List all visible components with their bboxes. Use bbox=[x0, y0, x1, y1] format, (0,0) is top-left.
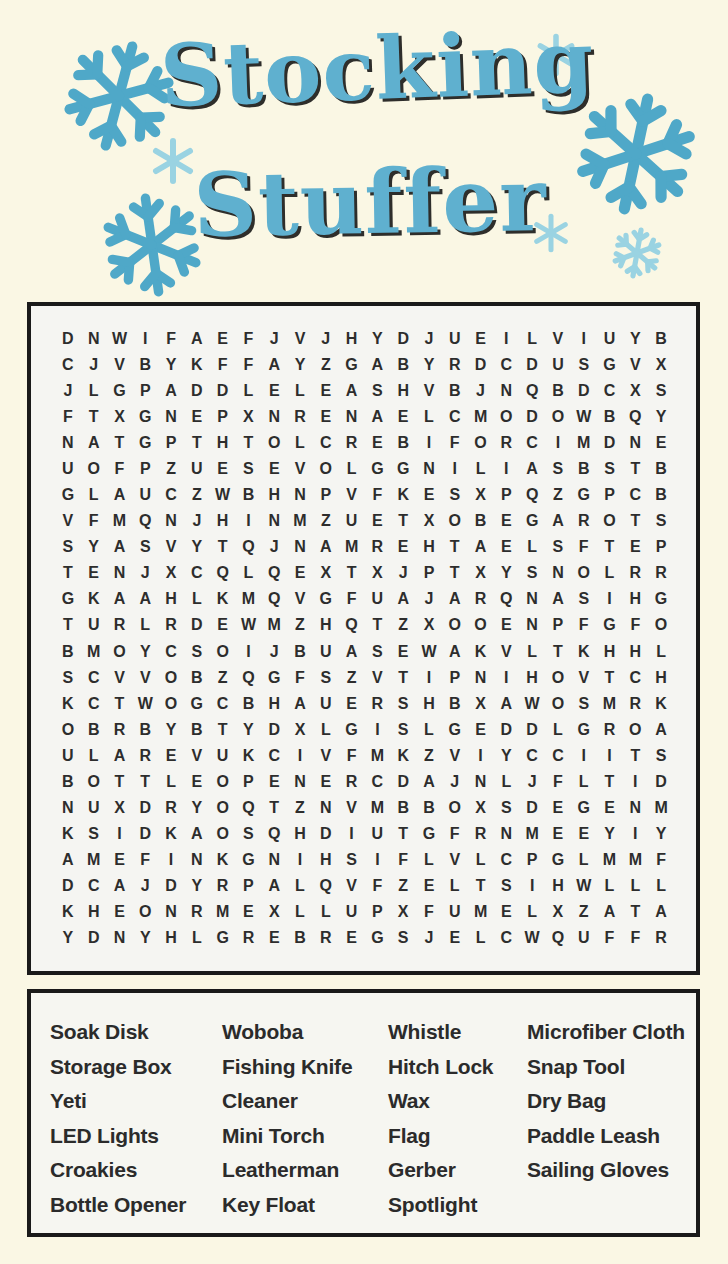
grid-cell-r2c11[interactable]: Z bbox=[313, 352, 339, 378]
grid-cell-r3c17[interactable]: J bbox=[468, 378, 494, 404]
grid-cell-r17c11[interactable]: V bbox=[313, 743, 339, 769]
grid-cell-r15c13[interactable]: R bbox=[364, 691, 390, 717]
grid-cell-r7c5[interactable]: C bbox=[158, 482, 184, 508]
grid-cell-r22c4[interactable]: J bbox=[132, 873, 158, 899]
grid-cell-r12c12[interactable]: Q bbox=[339, 612, 365, 638]
grid-cell-r18c17[interactable]: N bbox=[468, 769, 494, 795]
grid-cell-r23c3[interactable]: E bbox=[107, 899, 133, 925]
grid-cell-r19c19[interactable]: D bbox=[519, 795, 545, 821]
grid-cell-r14c9[interactable]: G bbox=[261, 665, 287, 691]
grid-cell-r4c8[interactable]: X bbox=[236, 404, 262, 430]
grid-cell-r1c6[interactable]: A bbox=[184, 326, 210, 352]
grid-cell-r6c11[interactable]: O bbox=[313, 456, 339, 482]
grid-cell-r11c11[interactable]: G bbox=[313, 586, 339, 612]
grid-cell-r3c1[interactable]: J bbox=[55, 378, 81, 404]
grid-cell-r4c14[interactable]: E bbox=[390, 404, 416, 430]
grid-cell-r21c14[interactable]: F bbox=[390, 847, 416, 873]
grid-cell-r4c12[interactable]: N bbox=[339, 404, 365, 430]
grid-cell-r9c24[interactable]: P bbox=[648, 534, 674, 560]
grid-cell-r14c24[interactable]: H bbox=[648, 665, 674, 691]
grid-cell-r17c24[interactable]: S bbox=[648, 743, 674, 769]
grid-cell-r10c4[interactable]: J bbox=[132, 560, 158, 586]
grid-cell-r19c4[interactable]: D bbox=[132, 795, 158, 821]
grid-cell-r9c1[interactable]: S bbox=[55, 534, 81, 560]
grid-cell-r24c15[interactable]: J bbox=[416, 925, 442, 951]
grid-cell-r18c2[interactable]: O bbox=[81, 769, 107, 795]
grid-cell-r24c12[interactable]: E bbox=[339, 925, 365, 951]
grid-cell-r15c9[interactable]: H bbox=[261, 691, 287, 717]
grid-cell-r19c6[interactable]: Y bbox=[184, 795, 210, 821]
grid-cell-r21c2[interactable]: M bbox=[81, 847, 107, 873]
grid-cell-r19c3[interactable]: X bbox=[107, 795, 133, 821]
grid-cell-r8c7[interactable]: H bbox=[210, 508, 236, 534]
grid-cell-r12c11[interactable]: H bbox=[313, 612, 339, 638]
grid-cell-r21c15[interactable]: L bbox=[416, 847, 442, 873]
grid-cell-r20c23[interactable]: I bbox=[622, 821, 648, 847]
grid-cell-r21c1[interactable]: A bbox=[55, 847, 81, 873]
grid-cell-r10c9[interactable]: Q bbox=[261, 560, 287, 586]
grid-cell-r8c21[interactable]: R bbox=[571, 508, 597, 534]
grid-cell-r4c4[interactable]: G bbox=[132, 404, 158, 430]
grid-cell-r6c8[interactable]: S bbox=[236, 456, 262, 482]
grid-cell-r14c14[interactable]: T bbox=[390, 665, 416, 691]
grid-cell-r11c19[interactable]: N bbox=[519, 586, 545, 612]
grid-cell-r19c1[interactable]: N bbox=[55, 795, 81, 821]
grid-cell-r14c12[interactable]: Z bbox=[339, 665, 365, 691]
grid-cell-r17c16[interactable]: V bbox=[442, 743, 468, 769]
grid-cell-r11c22[interactable]: I bbox=[597, 586, 623, 612]
grid-cell-r1c2[interactable]: N bbox=[81, 326, 107, 352]
grid-cell-r2c2[interactable]: J bbox=[81, 352, 107, 378]
grid-cell-r13c24[interactable]: L bbox=[648, 638, 674, 664]
grid-cell-r17c14[interactable]: K bbox=[390, 743, 416, 769]
grid-cell-r1c11[interactable]: J bbox=[313, 326, 339, 352]
grid-cell-r7c15[interactable]: E bbox=[416, 482, 442, 508]
grid-cell-r1c17[interactable]: E bbox=[468, 326, 494, 352]
grid-cell-r15c8[interactable]: B bbox=[236, 691, 262, 717]
grid-cell-r7c22[interactable]: P bbox=[597, 482, 623, 508]
grid-cell-r7c20[interactable]: Z bbox=[545, 482, 571, 508]
grid-cell-r23c8[interactable]: E bbox=[236, 899, 262, 925]
grid-cell-r11c2[interactable]: K bbox=[81, 586, 107, 612]
grid-cell-r1c24[interactable]: B bbox=[648, 326, 674, 352]
grid-cell-r5c19[interactable]: C bbox=[519, 430, 545, 456]
grid-cell-r8c2[interactable]: F bbox=[81, 508, 107, 534]
grid-cell-r2c6[interactable]: K bbox=[184, 352, 210, 378]
grid-cell-r16c1[interactable]: O bbox=[55, 717, 81, 743]
grid-cell-r4c13[interactable]: A bbox=[364, 404, 390, 430]
grid-cell-r6c24[interactable]: B bbox=[648, 456, 674, 482]
grid-cell-r13c7[interactable]: O bbox=[210, 638, 236, 664]
grid-cell-r1c12[interactable]: H bbox=[339, 326, 365, 352]
grid-cell-r18c24[interactable]: D bbox=[648, 769, 674, 795]
grid-cell-r15c17[interactable]: X bbox=[468, 691, 494, 717]
grid-cell-r13c14[interactable]: E bbox=[390, 638, 416, 664]
grid-cell-r7c23[interactable]: C bbox=[622, 482, 648, 508]
grid-cell-r19c20[interactable]: E bbox=[545, 795, 571, 821]
grid-cell-r7c4[interactable]: U bbox=[132, 482, 158, 508]
grid-cell-r18c4[interactable]: T bbox=[132, 769, 158, 795]
grid-cell-r7c3[interactable]: A bbox=[107, 482, 133, 508]
grid-cell-r23c15[interactable]: F bbox=[416, 899, 442, 925]
grid-cell-r5c21[interactable]: M bbox=[571, 430, 597, 456]
grid-cell-r17c13[interactable]: M bbox=[364, 743, 390, 769]
grid-cell-r5c12[interactable]: R bbox=[339, 430, 365, 456]
grid-cell-r19c13[interactable]: M bbox=[364, 795, 390, 821]
grid-cell-r13c23[interactable]: H bbox=[622, 638, 648, 664]
grid-cell-r3c18[interactable]: N bbox=[493, 378, 519, 404]
grid-cell-r21c11[interactable]: H bbox=[313, 847, 339, 873]
grid-cell-r22c7[interactable]: R bbox=[210, 873, 236, 899]
grid-cell-r11c21[interactable]: S bbox=[571, 586, 597, 612]
grid-cell-r10c21[interactable]: O bbox=[571, 560, 597, 586]
grid-cell-r18c19[interactable]: J bbox=[519, 769, 545, 795]
grid-cell-r21c19[interactable]: P bbox=[519, 847, 545, 873]
grid-cell-r16c8[interactable]: Y bbox=[236, 717, 262, 743]
grid-cell-r17c21[interactable]: I bbox=[571, 743, 597, 769]
grid-cell-r14c3[interactable]: V bbox=[107, 665, 133, 691]
grid-cell-r18c15[interactable]: A bbox=[416, 769, 442, 795]
grid-cell-r16c5[interactable]: Y bbox=[158, 717, 184, 743]
grid-cell-r10c24[interactable]: R bbox=[648, 560, 674, 586]
grid-cell-r12c18[interactable]: E bbox=[493, 612, 519, 638]
grid-cell-r19c23[interactable]: N bbox=[622, 795, 648, 821]
grid-cell-r20c13[interactable]: U bbox=[364, 821, 390, 847]
grid-cell-r3c7[interactable]: D bbox=[210, 378, 236, 404]
grid-cell-r18c10[interactable]: N bbox=[287, 769, 313, 795]
grid-cell-r1c4[interactable]: I bbox=[132, 326, 158, 352]
grid-cell-r5c18[interactable]: R bbox=[493, 430, 519, 456]
grid-cell-r13c9[interactable]: J bbox=[261, 638, 287, 664]
grid-cell-r11c23[interactable]: H bbox=[622, 586, 648, 612]
grid-cell-r7c16[interactable]: S bbox=[442, 482, 468, 508]
grid-cell-r6c12[interactable]: L bbox=[339, 456, 365, 482]
grid-cell-r14c22[interactable]: T bbox=[597, 665, 623, 691]
grid-cell-r21c7[interactable]: K bbox=[210, 847, 236, 873]
grid-cell-r9c17[interactable]: A bbox=[468, 534, 494, 560]
grid-cell-r4c7[interactable]: P bbox=[210, 404, 236, 430]
grid-cell-r20c15[interactable]: G bbox=[416, 821, 442, 847]
grid-cell-r22c21[interactable]: W bbox=[571, 873, 597, 899]
grid-cell-r16c17[interactable]: E bbox=[468, 717, 494, 743]
grid-cell-r13c20[interactable]: T bbox=[545, 638, 571, 664]
grid-cell-r14c16[interactable]: P bbox=[442, 665, 468, 691]
grid-cell-r10c19[interactable]: S bbox=[519, 560, 545, 586]
grid-cell-r13c17[interactable]: K bbox=[468, 638, 494, 664]
grid-cell-r19c9[interactable]: T bbox=[261, 795, 287, 821]
grid-cell-r4c10[interactable]: R bbox=[287, 404, 313, 430]
grid-cell-r21c3[interactable]: E bbox=[107, 847, 133, 873]
grid-cell-r8c16[interactable]: O bbox=[442, 508, 468, 534]
grid-cell-r10c10[interactable]: E bbox=[287, 560, 313, 586]
grid-cell-r8c13[interactable]: E bbox=[364, 508, 390, 534]
grid-cell-r24c21[interactable]: U bbox=[571, 925, 597, 951]
grid-cell-r21c22[interactable]: M bbox=[597, 847, 623, 873]
grid-cell-r17c2[interactable]: L bbox=[81, 743, 107, 769]
grid-cell-r15c20[interactable]: O bbox=[545, 691, 571, 717]
grid-cell-r9c2[interactable]: Y bbox=[81, 534, 107, 560]
grid-cell-r24c4[interactable]: Y bbox=[132, 925, 158, 951]
grid-cell-r1c10[interactable]: V bbox=[287, 326, 313, 352]
grid-cell-r20c1[interactable]: K bbox=[55, 821, 81, 847]
grid-cell-r20c11[interactable]: D bbox=[313, 821, 339, 847]
grid-cell-r13c13[interactable]: S bbox=[364, 638, 390, 664]
grid-cell-r10c5[interactable]: X bbox=[158, 560, 184, 586]
grid-cell-r24c9[interactable]: E bbox=[261, 925, 287, 951]
grid-cell-r8c14[interactable]: T bbox=[390, 508, 416, 534]
grid-cell-r18c5[interactable]: L bbox=[158, 769, 184, 795]
grid-cell-r6c15[interactable]: N bbox=[416, 456, 442, 482]
grid-cell-r17c18[interactable]: Y bbox=[493, 743, 519, 769]
grid-cell-r23c1[interactable]: K bbox=[55, 899, 81, 925]
grid-cell-r24c6[interactable]: L bbox=[184, 925, 210, 951]
grid-cell-r4c22[interactable]: B bbox=[597, 404, 623, 430]
grid-cell-r11c20[interactable]: A bbox=[545, 586, 571, 612]
grid-cell-r9c22[interactable]: T bbox=[597, 534, 623, 560]
grid-cell-r15c2[interactable]: C bbox=[81, 691, 107, 717]
grid-cell-r4c19[interactable]: D bbox=[519, 404, 545, 430]
grid-cell-r15c14[interactable]: S bbox=[390, 691, 416, 717]
grid-cell-r24c23[interactable]: F bbox=[622, 925, 648, 951]
grid-cell-r4c23[interactable]: Q bbox=[622, 404, 648, 430]
grid-cell-r15c22[interactable]: M bbox=[597, 691, 623, 717]
grid-cell-r10c20[interactable]: N bbox=[545, 560, 571, 586]
grid-cell-r7c18[interactable]: P bbox=[493, 482, 519, 508]
grid-cell-r24c20[interactable]: Q bbox=[545, 925, 571, 951]
grid-cell-r23c12[interactable]: U bbox=[339, 899, 365, 925]
grid-cell-r3c20[interactable]: B bbox=[545, 378, 571, 404]
grid-cell-r12c16[interactable]: O bbox=[442, 612, 468, 638]
grid-cell-r15c10[interactable]: A bbox=[287, 691, 313, 717]
grid-cell-r2c14[interactable]: B bbox=[390, 352, 416, 378]
grid-cell-r18c7[interactable]: O bbox=[210, 769, 236, 795]
grid-cell-r9c8[interactable]: Q bbox=[236, 534, 262, 560]
grid-cell-r7c21[interactable]: G bbox=[571, 482, 597, 508]
grid-cell-r9c20[interactable]: S bbox=[545, 534, 571, 560]
grid-cell-r20c9[interactable]: Q bbox=[261, 821, 287, 847]
grid-cell-r5c17[interactable]: O bbox=[468, 430, 494, 456]
grid-cell-r6c21[interactable]: B bbox=[571, 456, 597, 482]
grid-cell-r10c22[interactable]: L bbox=[597, 560, 623, 586]
grid-cell-r4c24[interactable]: Y bbox=[648, 404, 674, 430]
grid-cell-r1c16[interactable]: U bbox=[442, 326, 468, 352]
grid-cell-r5c15[interactable]: I bbox=[416, 430, 442, 456]
grid-cell-r22c20[interactable]: H bbox=[545, 873, 571, 899]
grid-cell-r14c7[interactable]: Z bbox=[210, 665, 236, 691]
grid-cell-r23c10[interactable]: L bbox=[287, 899, 313, 925]
grid-cell-r10c11[interactable]: X bbox=[313, 560, 339, 586]
grid-cell-r23c7[interactable]: M bbox=[210, 899, 236, 925]
grid-cell-r5c1[interactable]: N bbox=[55, 430, 81, 456]
grid-cell-r7c1[interactable]: G bbox=[55, 482, 81, 508]
grid-cell-r6c7[interactable]: E bbox=[210, 456, 236, 482]
grid-cell-r17c22[interactable]: I bbox=[597, 743, 623, 769]
grid-cell-r20c20[interactable]: E bbox=[545, 821, 571, 847]
grid-cell-r1c1[interactable]: D bbox=[55, 326, 81, 352]
grid-cell-r2c15[interactable]: Y bbox=[416, 352, 442, 378]
grid-cell-r2c3[interactable]: V bbox=[107, 352, 133, 378]
grid-cell-r20c4[interactable]: D bbox=[132, 821, 158, 847]
grid-cell-r21c23[interactable]: M bbox=[622, 847, 648, 873]
grid-cell-r4c9[interactable]: N bbox=[261, 404, 287, 430]
grid-cell-r3c6[interactable]: D bbox=[184, 378, 210, 404]
grid-cell-r15c1[interactable]: K bbox=[55, 691, 81, 717]
grid-cell-r23c17[interactable]: M bbox=[468, 899, 494, 925]
grid-cell-r20c7[interactable]: O bbox=[210, 821, 236, 847]
grid-cell-r16c10[interactable]: X bbox=[287, 717, 313, 743]
grid-cell-r23c4[interactable]: O bbox=[132, 899, 158, 925]
grid-cell-r22c8[interactable]: P bbox=[236, 873, 262, 899]
grid-cell-r8c4[interactable]: Q bbox=[132, 508, 158, 534]
grid-cell-r23c19[interactable]: L bbox=[519, 899, 545, 925]
grid-cell-r24c2[interactable]: D bbox=[81, 925, 107, 951]
grid-cell-r19c14[interactable]: B bbox=[390, 795, 416, 821]
grid-cell-r4c16[interactable]: C bbox=[442, 404, 468, 430]
grid-cell-r14c10[interactable]: F bbox=[287, 665, 313, 691]
grid-cell-r3c22[interactable]: C bbox=[597, 378, 623, 404]
grid-cell-r17c9[interactable]: C bbox=[261, 743, 287, 769]
grid-cell-r10c13[interactable]: X bbox=[364, 560, 390, 586]
grid-cell-r16c6[interactable]: B bbox=[184, 717, 210, 743]
grid-cell-r11c13[interactable]: U bbox=[364, 586, 390, 612]
grid-cell-r10c17[interactable]: X bbox=[468, 560, 494, 586]
grid-cell-r18c18[interactable]: L bbox=[493, 769, 519, 795]
grid-cell-r18c22[interactable]: T bbox=[597, 769, 623, 795]
grid-cell-r8c1[interactable]: V bbox=[55, 508, 81, 534]
grid-cell-r1c8[interactable]: F bbox=[236, 326, 262, 352]
grid-cell-r15c15[interactable]: H bbox=[416, 691, 442, 717]
grid-cell-r13c22[interactable]: H bbox=[597, 638, 623, 664]
grid-cell-r10c23[interactable]: R bbox=[622, 560, 648, 586]
grid-cell-r5c22[interactable]: D bbox=[597, 430, 623, 456]
grid-cell-r8c17[interactable]: B bbox=[468, 508, 494, 534]
grid-cell-r8c19[interactable]: G bbox=[519, 508, 545, 534]
grid-cell-r22c14[interactable]: Z bbox=[390, 873, 416, 899]
grid-cell-r17c6[interactable]: V bbox=[184, 743, 210, 769]
grid-cell-r23c9[interactable]: X bbox=[261, 899, 287, 925]
grid-cell-r2c1[interactable]: C bbox=[55, 352, 81, 378]
grid-cell-r12c8[interactable]: W bbox=[236, 612, 262, 638]
grid-cell-r18c13[interactable]: C bbox=[364, 769, 390, 795]
grid-cell-r13c3[interactable]: O bbox=[107, 638, 133, 664]
grid-cell-r17c10[interactable]: I bbox=[287, 743, 313, 769]
grid-cell-r18c6[interactable]: E bbox=[184, 769, 210, 795]
grid-cell-r3c19[interactable]: Q bbox=[519, 378, 545, 404]
grid-cell-r1c22[interactable]: U bbox=[597, 326, 623, 352]
grid-cell-r6c2[interactable]: O bbox=[81, 456, 107, 482]
grid-cell-r19c2[interactable]: U bbox=[81, 795, 107, 821]
grid-cell-r20c2[interactable]: S bbox=[81, 821, 107, 847]
grid-cell-r14c20[interactable]: O bbox=[545, 665, 571, 691]
grid-cell-r20c3[interactable]: I bbox=[107, 821, 133, 847]
grid-cell-r2c4[interactable]: B bbox=[132, 352, 158, 378]
grid-cell-r11c3[interactable]: A bbox=[107, 586, 133, 612]
grid-cell-r8c3[interactable]: M bbox=[107, 508, 133, 534]
grid-cell-r5c2[interactable]: A bbox=[81, 430, 107, 456]
grid-cell-r13c11[interactable]: U bbox=[313, 638, 339, 664]
grid-cell-r22c9[interactable]: A bbox=[261, 873, 287, 899]
grid-cell-r12c14[interactable]: Z bbox=[390, 612, 416, 638]
grid-cell-r15c3[interactable]: T bbox=[107, 691, 133, 717]
grid-cell-r2c13[interactable]: A bbox=[364, 352, 390, 378]
grid-cell-r13c1[interactable]: B bbox=[55, 638, 81, 664]
grid-cell-r4c20[interactable]: O bbox=[545, 404, 571, 430]
grid-cell-r5c4[interactable]: G bbox=[132, 430, 158, 456]
grid-cell-r22c22[interactable]: L bbox=[597, 873, 623, 899]
grid-cell-r22c3[interactable]: A bbox=[107, 873, 133, 899]
grid-cell-r13c6[interactable]: S bbox=[184, 638, 210, 664]
grid-cell-r1c13[interactable]: Y bbox=[364, 326, 390, 352]
grid-cell-r22c23[interactable]: L bbox=[622, 873, 648, 899]
grid-cell-r1c15[interactable]: J bbox=[416, 326, 442, 352]
grid-cell-r11c7[interactable]: K bbox=[210, 586, 236, 612]
grid-cell-r20c21[interactable]: E bbox=[571, 821, 597, 847]
grid-cell-r1c18[interactable]: I bbox=[493, 326, 519, 352]
grid-cell-r7c14[interactable]: K bbox=[390, 482, 416, 508]
grid-cell-r6c6[interactable]: U bbox=[184, 456, 210, 482]
grid-cell-r8c6[interactable]: J bbox=[184, 508, 210, 534]
grid-cell-r12c15[interactable]: X bbox=[416, 612, 442, 638]
grid-cell-r18c14[interactable]: D bbox=[390, 769, 416, 795]
grid-cell-r24c18[interactable]: C bbox=[493, 925, 519, 951]
grid-cell-r12c23[interactable]: F bbox=[622, 612, 648, 638]
grid-cell-r5c14[interactable]: B bbox=[390, 430, 416, 456]
grid-cell-r16c14[interactable]: S bbox=[390, 717, 416, 743]
grid-cell-r15c11[interactable]: U bbox=[313, 691, 339, 717]
grid-cell-r21c20[interactable]: G bbox=[545, 847, 571, 873]
grid-cell-r10c12[interactable]: T bbox=[339, 560, 365, 586]
grid-cell-r15c4[interactable]: W bbox=[132, 691, 158, 717]
grid-cell-r9c16[interactable]: T bbox=[442, 534, 468, 560]
grid-cell-r16c7[interactable]: T bbox=[210, 717, 236, 743]
grid-cell-r2c19[interactable]: D bbox=[519, 352, 545, 378]
grid-cell-r7c8[interactable]: B bbox=[236, 482, 262, 508]
grid-cell-r16c20[interactable]: L bbox=[545, 717, 571, 743]
grid-cell-r24c3[interactable]: N bbox=[107, 925, 133, 951]
grid-cell-r1c20[interactable]: V bbox=[545, 326, 571, 352]
grid-cell-r23c18[interactable]: E bbox=[493, 899, 519, 925]
grid-cell-r6c23[interactable]: T bbox=[622, 456, 648, 482]
grid-cell-r20c5[interactable]: K bbox=[158, 821, 184, 847]
grid-cell-r7c11[interactable]: P bbox=[313, 482, 339, 508]
grid-cell-r5c23[interactable]: N bbox=[622, 430, 648, 456]
grid-cell-r14c5[interactable]: O bbox=[158, 665, 184, 691]
grid-cell-r3c3[interactable]: G bbox=[107, 378, 133, 404]
grid-cell-r22c16[interactable]: L bbox=[442, 873, 468, 899]
grid-cell-r24c16[interactable]: E bbox=[442, 925, 468, 951]
grid-cell-r13c2[interactable]: M bbox=[81, 638, 107, 664]
grid-cell-r3c8[interactable]: L bbox=[236, 378, 262, 404]
grid-cell-r5c13[interactable]: E bbox=[364, 430, 390, 456]
grid-cell-r11c12[interactable]: F bbox=[339, 586, 365, 612]
grid-cell-r21c17[interactable]: L bbox=[468, 847, 494, 873]
grid-cell-r19c22[interactable]: E bbox=[597, 795, 623, 821]
grid-cell-r11c15[interactable]: J bbox=[416, 586, 442, 612]
grid-cell-r5c20[interactable]: I bbox=[545, 430, 571, 456]
grid-cell-r5c10[interactable]: L bbox=[287, 430, 313, 456]
grid-cell-r16c16[interactable]: G bbox=[442, 717, 468, 743]
grid-cell-r3c16[interactable]: B bbox=[442, 378, 468, 404]
grid-cell-r9c18[interactable]: E bbox=[493, 534, 519, 560]
grid-cell-r14c19[interactable]: H bbox=[519, 665, 545, 691]
grid-cell-r20c17[interactable]: R bbox=[468, 821, 494, 847]
grid-cell-r18c11[interactable]: E bbox=[313, 769, 339, 795]
grid-cell-r7c6[interactable]: Z bbox=[184, 482, 210, 508]
grid-cell-r8c22[interactable]: O bbox=[597, 508, 623, 534]
grid-cell-r17c4[interactable]: R bbox=[132, 743, 158, 769]
grid-cell-r3c14[interactable]: H bbox=[390, 378, 416, 404]
grid-cell-r3c21[interactable]: D bbox=[571, 378, 597, 404]
